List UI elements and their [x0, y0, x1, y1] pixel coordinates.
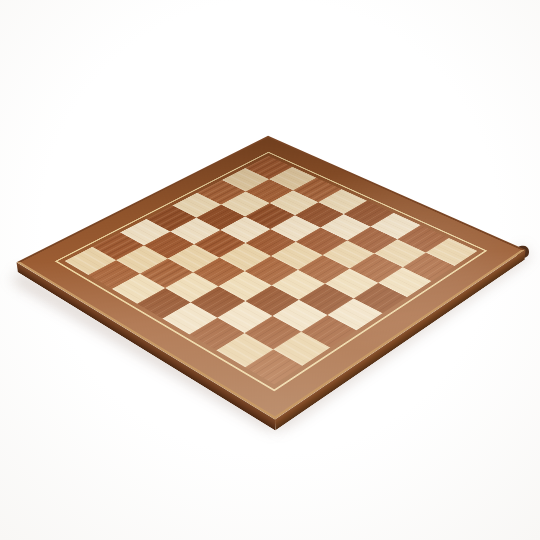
square-h6: [378, 267, 431, 297]
square-h5: [353, 282, 407, 313]
scene: [0, 0, 540, 540]
square-h1: [245, 349, 303, 384]
square-b1: [88, 260, 140, 289]
square-e3: [218, 271, 271, 301]
square-g6: [350, 253, 402, 282]
square-g3: [272, 300, 327, 332]
square-h3: [301, 315, 357, 348]
square-c1: [112, 273, 165, 303]
product-photo-background: [0, 0, 540, 540]
square-h7: [402, 252, 454, 281]
square-e2: [191, 286, 245, 317]
square-g4: [299, 284, 353, 315]
square-g5: [325, 268, 378, 298]
chessboard: [17, 136, 526, 420]
square-d1: [137, 288, 191, 319]
square-c2: [140, 259, 192, 288]
square-d3: [193, 257, 245, 286]
squares-grid: [65, 156, 478, 384]
board-top-face: [17, 136, 526, 420]
square-h4: [327, 298, 382, 330]
square-e4: [245, 256, 297, 285]
square-h2: [273, 331, 330, 365]
square-e1: [162, 302, 217, 334]
square-f1: [189, 317, 245, 350]
square-f2: [217, 301, 272, 333]
square-g1: [216, 333, 273, 367]
square-f5: [298, 255, 350, 284]
square-f4: [272, 270, 325, 300]
square-f3: [245, 285, 299, 316]
square-d2: [165, 272, 218, 302]
square-g2: [245, 316, 301, 349]
perspective-wrapper: [87, 72, 456, 441]
